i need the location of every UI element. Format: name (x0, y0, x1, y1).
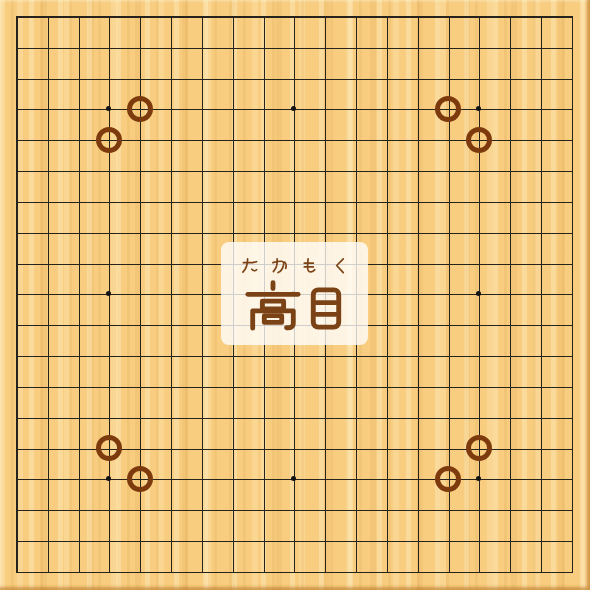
intersection (525, 32, 556, 63)
intersection (63, 217, 94, 248)
intersection (525, 186, 556, 217)
intersection (279, 464, 310, 495)
intersection (217, 433, 248, 464)
intersection (155, 525, 186, 556)
intersection (217, 464, 248, 495)
intersection (186, 525, 217, 556)
intersection (1, 464, 32, 495)
intersection (248, 556, 279, 587)
intersection (248, 94, 279, 125)
intersection (248, 433, 279, 464)
intersection (494, 32, 525, 63)
intersection (94, 248, 125, 279)
intersection (464, 525, 495, 556)
intersection (309, 371, 340, 402)
intersection (371, 248, 402, 279)
intersection (94, 1, 125, 32)
intersection (464, 186, 495, 217)
intersection (309, 556, 340, 587)
intersection (494, 186, 525, 217)
intersection (124, 525, 155, 556)
intersection (402, 94, 433, 125)
intersection (1, 494, 32, 525)
star-point (106, 106, 111, 111)
intersection (63, 1, 94, 32)
kanji-taka-glyph (244, 279, 302, 331)
intersection (494, 1, 525, 32)
intersection (371, 63, 402, 94)
intersection (494, 63, 525, 94)
intersection (309, 402, 340, 433)
intersection (494, 340, 525, 371)
intersection (124, 371, 155, 402)
intersection (63, 494, 94, 525)
intersection (248, 371, 279, 402)
intersection (124, 217, 155, 248)
intersection (124, 340, 155, 371)
kanji-row (244, 279, 345, 331)
intersection (186, 433, 217, 464)
intersection (340, 371, 371, 402)
intersection (124, 402, 155, 433)
intersection (340, 525, 371, 556)
takamoku-marker (435, 96, 461, 122)
intersection (94, 94, 125, 125)
intersection (155, 217, 186, 248)
intersection (371, 279, 402, 310)
intersection (124, 1, 155, 32)
intersection (32, 186, 63, 217)
intersection (464, 556, 495, 587)
intersection (217, 124, 248, 155)
intersection (279, 94, 310, 125)
intersection (402, 402, 433, 433)
intersection (63, 248, 94, 279)
intersection (309, 124, 340, 155)
intersection (309, 155, 340, 186)
intersection (94, 464, 125, 495)
intersection (525, 217, 556, 248)
intersection (94, 279, 125, 310)
intersection (433, 32, 464, 63)
intersection (186, 464, 217, 495)
intersection (279, 433, 310, 464)
intersection (464, 124, 495, 155)
intersection (494, 525, 525, 556)
intersection (525, 556, 556, 587)
intersection (186, 124, 217, 155)
intersection (217, 1, 248, 32)
intersection (464, 340, 495, 371)
intersection (556, 402, 587, 433)
intersection (94, 494, 125, 525)
intersection (32, 402, 63, 433)
intersection (309, 494, 340, 525)
intersection (402, 32, 433, 63)
intersection (494, 94, 525, 125)
intersection (464, 248, 495, 279)
intersection (494, 279, 525, 310)
intersection (371, 402, 402, 433)
intersection (124, 32, 155, 63)
intersection (248, 124, 279, 155)
intersection (340, 63, 371, 94)
intersection (309, 525, 340, 556)
intersection (556, 525, 587, 556)
intersection (340, 32, 371, 63)
intersection (1, 340, 32, 371)
intersection (494, 248, 525, 279)
intersection (63, 556, 94, 587)
intersection (217, 155, 248, 186)
intersection (94, 155, 125, 186)
intersection (279, 525, 310, 556)
intersection (186, 340, 217, 371)
intersection (340, 464, 371, 495)
intersection (433, 217, 464, 248)
intersection (433, 556, 464, 587)
intersection (155, 124, 186, 155)
intersection (556, 94, 587, 125)
kanji-moku-glyph (307, 286, 345, 331)
intersection (525, 94, 556, 125)
intersection (525, 371, 556, 402)
intersection (464, 32, 495, 63)
go-board: たかもく 高目 (0, 0, 590, 590)
takamoku-marker (96, 435, 122, 461)
intersection (63, 371, 94, 402)
intersection (94, 32, 125, 63)
intersection (279, 402, 310, 433)
intersection (433, 248, 464, 279)
intersection (279, 494, 310, 525)
intersection (340, 94, 371, 125)
intersection (155, 309, 186, 340)
intersection (186, 494, 217, 525)
intersection (309, 94, 340, 125)
star-point (291, 106, 296, 111)
intersection (525, 309, 556, 340)
intersection (525, 1, 556, 32)
intersection (63, 340, 94, 371)
intersection (556, 371, 587, 402)
intersection (186, 279, 217, 310)
intersection (279, 32, 310, 63)
intersection (371, 525, 402, 556)
intersection (32, 1, 63, 32)
intersection (186, 155, 217, 186)
intersection (217, 32, 248, 63)
star-point (106, 476, 111, 481)
intersection (309, 32, 340, 63)
intersection (279, 186, 310, 217)
intersection (124, 494, 155, 525)
intersection (63, 94, 94, 125)
intersection (494, 402, 525, 433)
furigana-mo-glyph (301, 257, 318, 274)
intersection (124, 464, 155, 495)
intersection (155, 433, 186, 464)
intersection (32, 248, 63, 279)
intersection (155, 186, 186, 217)
intersection (371, 340, 402, 371)
intersection (32, 525, 63, 556)
intersection (32, 155, 63, 186)
intersection (525, 494, 556, 525)
intersection (155, 340, 186, 371)
intersection (32, 124, 63, 155)
intersection (402, 371, 433, 402)
intersection (155, 402, 186, 433)
intersection (248, 32, 279, 63)
intersection (340, 433, 371, 464)
intersection (124, 63, 155, 94)
intersection (217, 556, 248, 587)
intersection (556, 155, 587, 186)
takamoku-label-card: たかもく 高目 (221, 242, 368, 345)
intersection (340, 186, 371, 217)
intersection (124, 155, 155, 186)
intersection (556, 186, 587, 217)
intersection (1, 217, 32, 248)
intersection (433, 155, 464, 186)
intersection (248, 402, 279, 433)
intersection (124, 124, 155, 155)
intersection (556, 340, 587, 371)
intersection (94, 340, 125, 371)
intersection (556, 279, 587, 310)
intersection (556, 556, 587, 587)
intersection (433, 186, 464, 217)
intersection (1, 94, 32, 125)
star-point (476, 476, 481, 481)
intersection (402, 186, 433, 217)
furigana-row (241, 257, 348, 274)
intersection (433, 371, 464, 402)
intersection (94, 309, 125, 340)
intersection (63, 433, 94, 464)
intersection (402, 309, 433, 340)
intersection (248, 155, 279, 186)
intersection (402, 155, 433, 186)
intersection (32, 309, 63, 340)
star-point (106, 291, 111, 296)
intersection (556, 494, 587, 525)
star-point (291, 476, 296, 481)
intersection (186, 186, 217, 217)
intersection (248, 1, 279, 32)
intersection (32, 32, 63, 63)
intersection (371, 433, 402, 464)
intersection (248, 63, 279, 94)
intersection (371, 556, 402, 587)
intersection (1, 402, 32, 433)
intersection (1, 279, 32, 310)
intersection (1, 155, 32, 186)
intersection (63, 155, 94, 186)
intersection (402, 217, 433, 248)
intersection (464, 402, 495, 433)
takamoku-marker (435, 466, 461, 492)
intersection (124, 186, 155, 217)
intersection (433, 1, 464, 32)
intersection (402, 556, 433, 587)
intersection (155, 494, 186, 525)
intersection (494, 309, 525, 340)
intersection (1, 186, 32, 217)
intersection (155, 32, 186, 63)
intersection (556, 32, 587, 63)
intersection (402, 63, 433, 94)
intersection (217, 525, 248, 556)
intersection (1, 32, 32, 63)
intersection (155, 556, 186, 587)
intersection (279, 63, 310, 94)
intersection (309, 186, 340, 217)
intersection (371, 1, 402, 32)
intersection (124, 433, 155, 464)
intersection (32, 464, 63, 495)
intersection (402, 494, 433, 525)
intersection (248, 494, 279, 525)
intersection (340, 494, 371, 525)
intersection (63, 186, 94, 217)
intersection (155, 155, 186, 186)
intersection (186, 556, 217, 587)
intersection (279, 124, 310, 155)
intersection (464, 494, 495, 525)
intersection (556, 433, 587, 464)
intersection (433, 94, 464, 125)
intersection (494, 155, 525, 186)
intersection (494, 124, 525, 155)
intersection (155, 1, 186, 32)
intersection (1, 371, 32, 402)
intersection (186, 402, 217, 433)
intersection (63, 402, 94, 433)
intersection (371, 217, 402, 248)
intersection (186, 248, 217, 279)
intersection (63, 464, 94, 495)
intersection (186, 1, 217, 32)
intersection (371, 186, 402, 217)
intersection (217, 186, 248, 217)
intersection (94, 217, 125, 248)
intersection (1, 63, 32, 94)
intersection (32, 494, 63, 525)
intersection (556, 464, 587, 495)
intersection (155, 248, 186, 279)
intersection (124, 309, 155, 340)
intersection (402, 248, 433, 279)
intersection (525, 279, 556, 310)
intersection (1, 124, 32, 155)
intersection (525, 155, 556, 186)
star-point (476, 106, 481, 111)
intersection (248, 464, 279, 495)
takamoku-marker (127, 96, 153, 122)
intersection (402, 433, 433, 464)
intersection (525, 402, 556, 433)
intersection (402, 124, 433, 155)
intersection (433, 433, 464, 464)
intersection (32, 217, 63, 248)
intersection (186, 371, 217, 402)
intersection (63, 63, 94, 94)
intersection (340, 124, 371, 155)
intersection (464, 464, 495, 495)
intersection (494, 433, 525, 464)
intersection (371, 124, 402, 155)
intersection (1, 525, 32, 556)
intersection (402, 525, 433, 556)
intersection (433, 340, 464, 371)
intersection (371, 94, 402, 125)
intersection (217, 371, 248, 402)
takamoku-marker (96, 127, 122, 153)
intersection (279, 371, 310, 402)
intersection (371, 309, 402, 340)
intersection (217, 494, 248, 525)
intersection (217, 63, 248, 94)
intersection (186, 63, 217, 94)
intersection (371, 32, 402, 63)
intersection (464, 1, 495, 32)
intersection (525, 63, 556, 94)
intersection (248, 186, 279, 217)
intersection (494, 464, 525, 495)
intersection (525, 525, 556, 556)
intersection (217, 94, 248, 125)
intersection (433, 402, 464, 433)
furigana-ta-glyph (241, 257, 258, 274)
intersection (402, 464, 433, 495)
intersection (464, 63, 495, 94)
intersection (464, 155, 495, 186)
intersection (63, 32, 94, 63)
furigana-ku-glyph (331, 257, 348, 274)
intersection (340, 402, 371, 433)
intersection (340, 556, 371, 587)
intersection (155, 371, 186, 402)
intersection (309, 464, 340, 495)
intersection (94, 371, 125, 402)
intersection (433, 309, 464, 340)
intersection (94, 124, 125, 155)
intersection (464, 433, 495, 464)
intersection (94, 402, 125, 433)
intersection (309, 433, 340, 464)
star-point (476, 291, 481, 296)
intersection (525, 464, 556, 495)
intersection (32, 371, 63, 402)
intersection (433, 525, 464, 556)
intersection (1, 309, 32, 340)
intersection (186, 217, 217, 248)
intersection (556, 1, 587, 32)
intersection (494, 494, 525, 525)
intersection (32, 63, 63, 94)
intersection (433, 464, 464, 495)
takamoku-marker (127, 466, 153, 492)
intersection (94, 63, 125, 94)
intersection (63, 279, 94, 310)
takamoku-marker (466, 127, 492, 153)
intersection (402, 340, 433, 371)
intersection (94, 186, 125, 217)
intersection (1, 556, 32, 587)
intersection (32, 556, 63, 587)
